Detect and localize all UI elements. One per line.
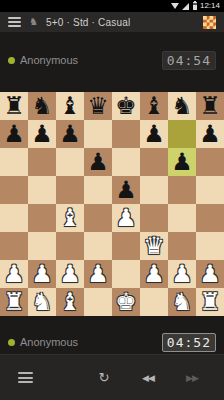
piece-black-queen[interactable]: ♛	[84, 92, 112, 120]
square-f6[interactable]	[140, 148, 168, 176]
square-h8[interactable]: ♜	[196, 92, 224, 120]
game-type-icon: ♞	[29, 12, 38, 32]
square-c1[interactable]: ♝	[56, 288, 84, 316]
wifi-icon	[171, 3, 179, 9]
square-f7[interactable]: ♟	[140, 120, 168, 148]
square-d8[interactable]: ♛	[84, 92, 112, 120]
square-g5[interactable]	[168, 176, 196, 204]
piece-white-pawn[interactable]: ♟	[112, 204, 140, 232]
game-toolbar: ↻ ◀◀ ▶▶	[0, 354, 224, 400]
square-g1[interactable]: ♞	[168, 288, 196, 316]
chess-board[interactable]: ♜♞♝♛♚♝♞♜♟♟♟♟♟♟♟♟♝♟♛♟♟♟♟♟♟♟♜♞♝♚♞♜	[0, 92, 224, 316]
square-g6[interactable]: ♟	[168, 148, 196, 176]
square-a6[interactable]	[0, 148, 28, 176]
square-b1[interactable]: ♞	[28, 288, 56, 316]
piece-white-pawn[interactable]: ♟	[56, 260, 84, 288]
square-e7[interactable]	[112, 120, 140, 148]
square-a2[interactable]: ♟	[0, 260, 28, 288]
square-h6[interactable]	[196, 148, 224, 176]
square-f1[interactable]	[140, 288, 168, 316]
square-g2[interactable]: ♟	[168, 260, 196, 288]
piece-black-rook[interactable]: ♜	[0, 92, 28, 120]
board-theme-icon[interactable]	[203, 16, 216, 29]
square-d7[interactable]	[84, 120, 112, 148]
square-g3[interactable]	[168, 232, 196, 260]
square-b7[interactable]: ♟	[28, 120, 56, 148]
square-f3[interactable]: ♛	[140, 232, 168, 260]
clock-bottom: 04:52	[162, 333, 216, 352]
square-d4[interactable]	[84, 204, 112, 232]
square-c5[interactable]	[56, 176, 84, 204]
battery-icon	[193, 2, 197, 10]
menu-icon[interactable]	[8, 17, 21, 27]
piece-white-pawn[interactable]: ♟	[84, 260, 112, 288]
square-a5[interactable]	[0, 176, 28, 204]
square-a7[interactable]: ♟	[0, 120, 28, 148]
piece-white-knight[interactable]: ♞	[168, 288, 196, 316]
piece-white-rook[interactable]: ♜	[196, 288, 224, 316]
piece-white-pawn[interactable]: ♟	[196, 260, 224, 288]
signal-icon	[182, 3, 189, 10]
piece-black-rook[interactable]: ♜	[196, 92, 224, 120]
square-d3[interactable]	[84, 232, 112, 260]
piece-white-pawn[interactable]: ♟	[168, 260, 196, 288]
square-a1[interactable]: ♜	[0, 288, 28, 316]
square-h5[interactable]	[196, 176, 224, 204]
piece-black-king[interactable]: ♚	[112, 92, 140, 120]
piece-white-pawn[interactable]: ♟	[28, 260, 56, 288]
square-g8[interactable]: ♞	[168, 92, 196, 120]
square-g4[interactable]	[168, 204, 196, 232]
piece-white-pawn[interactable]: ♟	[0, 260, 28, 288]
square-h7[interactable]: ♟	[196, 120, 224, 148]
square-c3[interactable]	[56, 232, 84, 260]
square-e6[interactable]	[112, 148, 140, 176]
flip-board-icon[interactable]: ↻	[82, 355, 126, 400]
menu-lines-icon	[18, 372, 33, 383]
square-d6[interactable]: ♟	[84, 148, 112, 176]
square-f8[interactable]: ♝	[140, 92, 168, 120]
square-f4[interactable]	[140, 204, 168, 232]
piece-black-pawn[interactable]: ♟	[28, 120, 56, 148]
square-e4[interactable]: ♟	[112, 204, 140, 232]
square-d2[interactable]: ♟	[84, 260, 112, 288]
square-e2[interactable]	[112, 260, 140, 288]
piece-white-queen[interactable]: ♛	[140, 232, 168, 260]
piece-white-bishop[interactable]: ♝	[56, 288, 84, 316]
square-e3[interactable]	[112, 232, 140, 260]
square-h4[interactable]	[196, 204, 224, 232]
piece-black-pawn[interactable]: ♟	[56, 120, 84, 148]
square-a8[interactable]: ♜	[0, 92, 28, 120]
square-c4[interactable]: ♝	[56, 204, 84, 232]
piece-black-bishop[interactable]: ♝	[140, 92, 168, 120]
piece-black-knight[interactable]: ♞	[168, 92, 196, 120]
piece-black-pawn[interactable]: ♟	[84, 148, 112, 176]
piece-black-pawn[interactable]: ♟	[0, 120, 28, 148]
square-b5[interactable]	[28, 176, 56, 204]
square-h1[interactable]: ♜	[196, 288, 224, 316]
square-c2[interactable]: ♟	[56, 260, 84, 288]
piece-black-knight[interactable]: ♞	[28, 92, 56, 120]
piece-white-bishop[interactable]: ♝	[56, 204, 84, 232]
piece-white-knight[interactable]: ♞	[28, 288, 56, 316]
piece-black-pawn[interactable]: ♟	[112, 176, 140, 204]
status-bar: 12:14	[0, 0, 224, 12]
square-b6[interactable]	[28, 148, 56, 176]
square-f2[interactable]: ♟	[140, 260, 168, 288]
square-c7[interactable]: ♟	[56, 120, 84, 148]
square-e5[interactable]: ♟	[112, 176, 140, 204]
square-b2[interactable]: ♟	[28, 260, 56, 288]
piece-black-bishop[interactable]: ♝	[56, 92, 84, 120]
app-bar: ♞ 5+0 · Std · Casual	[0, 12, 224, 32]
square-h2[interactable]: ♟	[196, 260, 224, 288]
square-e8[interactable]: ♚	[112, 92, 140, 120]
piece-black-pawn[interactable]: ♟	[140, 120, 168, 148]
fast-forward-icon[interactable]: ▶▶	[170, 354, 214, 400]
clock-top: 04:54	[162, 51, 216, 70]
square-b3[interactable]	[28, 232, 56, 260]
square-a4[interactable]	[0, 204, 28, 232]
status-time: 12:14	[200, 0, 220, 12]
piece-white-rook[interactable]: ♜	[0, 288, 28, 316]
square-d5[interactable]	[84, 176, 112, 204]
game-title: 5+0 · Std · Casual	[46, 17, 130, 28]
online-indicator	[8, 57, 15, 64]
piece-white-pawn[interactable]: ♟	[140, 260, 168, 288]
piece-white-king[interactable]: ♚	[112, 288, 140, 316]
piece-black-pawn[interactable]: ♟	[168, 148, 196, 176]
square-e1[interactable]: ♚	[112, 288, 140, 316]
player-name-top: Anonymous	[20, 54, 157, 66]
square-a3[interactable]	[0, 232, 28, 260]
piece-black-pawn[interactable]: ♟	[196, 120, 224, 148]
square-c6[interactable]	[56, 148, 84, 176]
fast-backward-icon[interactable]: ◀◀	[126, 354, 170, 400]
square-g7[interactable]	[168, 120, 196, 148]
player-row-top: Anonymous 04:54	[0, 48, 224, 72]
toolbar-menu-icon[interactable]	[18, 372, 33, 383]
online-indicator	[8, 339, 15, 346]
app-root: 12:14 ♞ 5+0 · Std · Casual Anonymous 04:…	[0, 0, 224, 400]
square-d1[interactable]	[84, 288, 112, 316]
player-name-bottom: Anonymous	[20, 336, 157, 348]
square-f5[interactable]	[140, 176, 168, 204]
square-b8[interactable]: ♞	[28, 92, 56, 120]
player-row-bottom: Anonymous 04:52	[0, 330, 224, 354]
square-b4[interactable]	[28, 204, 56, 232]
square-c8[interactable]: ♝	[56, 92, 84, 120]
square-h3[interactable]	[196, 232, 224, 260]
